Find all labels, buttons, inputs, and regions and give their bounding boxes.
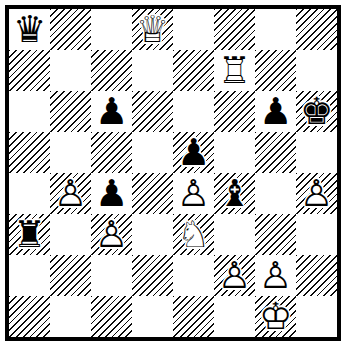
square-g7[interactable]	[255, 50, 296, 91]
white-pawn-halo: ♟	[255, 255, 296, 296]
square-b3[interactable]	[50, 214, 91, 255]
square-f3[interactable]	[214, 214, 255, 255]
black-pawn-halo: ♟	[91, 173, 132, 214]
square-g8[interactable]	[255, 9, 296, 50]
square-a5[interactable]	[9, 132, 50, 173]
square-h6[interactable]: ♚♚	[296, 91, 337, 132]
square-f1[interactable]	[214, 296, 255, 337]
square-f4[interactable]: ♝♝	[214, 173, 255, 214]
square-c1[interactable]	[91, 296, 132, 337]
square-g6[interactable]: ♟♟	[255, 91, 296, 132]
square-b6[interactable]	[50, 91, 91, 132]
black-pawn: ♟	[173, 132, 214, 173]
square-c7[interactable]	[91, 50, 132, 91]
white-rook-halo: ♜	[214, 50, 255, 91]
square-e5[interactable]: ♟♟	[173, 132, 214, 173]
black-bishop: ♝	[214, 173, 255, 214]
black-pawn: ♟	[91, 173, 132, 214]
square-h4[interactable]: ♟♙	[296, 173, 337, 214]
square-g4[interactable]	[255, 173, 296, 214]
square-g1[interactable]: ♚♔	[255, 296, 296, 337]
black-pawn: ♟	[255, 91, 296, 132]
square-a3[interactable]: ♜♜	[9, 214, 50, 255]
square-h8[interactable]	[296, 9, 337, 50]
white-king: ♔	[255, 296, 296, 337]
square-b7[interactable]	[50, 50, 91, 91]
square-e1[interactable]	[173, 296, 214, 337]
square-h3[interactable]	[296, 214, 337, 255]
square-e7[interactable]	[173, 50, 214, 91]
square-g2[interactable]: ♟♙	[255, 255, 296, 296]
white-pawn-halo: ♟	[91, 214, 132, 255]
square-f6[interactable]	[214, 91, 255, 132]
white-queen: ♕	[132, 9, 173, 50]
square-d4[interactable]	[132, 173, 173, 214]
square-h2[interactable]	[296, 255, 337, 296]
black-bishop-halo: ♝	[214, 173, 255, 214]
square-b5[interactable]	[50, 132, 91, 173]
square-b2[interactable]	[50, 255, 91, 296]
square-c8[interactable]	[91, 9, 132, 50]
square-c3[interactable]: ♟♙	[91, 214, 132, 255]
black-pawn-halo: ♟	[173, 132, 214, 173]
white-pawn: ♙	[91, 214, 132, 255]
white-knight-halo: ♞	[173, 214, 214, 255]
square-f8[interactable]	[214, 9, 255, 50]
black-king-halo: ♚	[296, 91, 337, 132]
square-a1[interactable]	[9, 296, 50, 337]
white-pawn: ♙	[173, 173, 214, 214]
square-h1[interactable]	[296, 296, 337, 337]
black-queen-halo: ♛	[9, 9, 50, 50]
white-pawn: ♙	[214, 255, 255, 296]
square-b1[interactable]	[50, 296, 91, 337]
square-g5[interactable]	[255, 132, 296, 173]
black-pawn-halo: ♟	[91, 91, 132, 132]
black-rook: ♜	[9, 214, 50, 255]
square-d7[interactable]	[132, 50, 173, 91]
white-king-halo: ♚	[255, 296, 296, 337]
white-pawn: ♙	[296, 173, 337, 214]
square-e4[interactable]: ♟♙	[173, 173, 214, 214]
square-c5[interactable]	[91, 132, 132, 173]
white-pawn-halo: ♟	[50, 173, 91, 214]
square-a7[interactable]	[9, 50, 50, 91]
square-d8[interactable]: ♛♕	[132, 9, 173, 50]
square-b8[interactable]	[50, 9, 91, 50]
page: ♛♛♛♕♜♖♟♟♟♟♚♚♟♟♟♙♟♟♟♙♝♝♟♙♜♜♟♙♞♘♟♙♟♙♚♔	[0, 0, 350, 350]
square-e8[interactable]	[173, 9, 214, 50]
square-d3[interactable]	[132, 214, 173, 255]
square-a6[interactable]	[9, 91, 50, 132]
square-a8[interactable]: ♛♛	[9, 9, 50, 50]
square-d2[interactable]	[132, 255, 173, 296]
square-e3[interactable]: ♞♘	[173, 214, 214, 255]
white-queen-halo: ♛	[132, 9, 173, 50]
square-f7[interactable]: ♜♖	[214, 50, 255, 91]
square-e2[interactable]	[173, 255, 214, 296]
square-f5[interactable]	[214, 132, 255, 173]
square-c6[interactable]: ♟♟	[91, 91, 132, 132]
square-h5[interactable]	[296, 132, 337, 173]
square-g3[interactable]	[255, 214, 296, 255]
square-h7[interactable]	[296, 50, 337, 91]
square-e6[interactable]	[173, 91, 214, 132]
white-pawn-halo: ♟	[173, 173, 214, 214]
square-d6[interactable]	[132, 91, 173, 132]
white-pawn: ♙	[255, 255, 296, 296]
white-pawn-halo: ♟	[296, 173, 337, 214]
black-rook-halo: ♜	[9, 214, 50, 255]
square-d1[interactable]	[132, 296, 173, 337]
black-pawn-halo: ♟	[255, 91, 296, 132]
white-pawn-halo: ♟	[214, 255, 255, 296]
white-rook: ♖	[214, 50, 255, 91]
square-c2[interactable]	[91, 255, 132, 296]
white-pawn: ♙	[50, 173, 91, 214]
square-d5[interactable]	[132, 132, 173, 173]
square-a4[interactable]	[9, 173, 50, 214]
square-b4[interactable]: ♟♙	[50, 173, 91, 214]
chess-board: ♛♛♛♕♜♖♟♟♟♟♚♚♟♟♟♙♟♟♟♙♝♝♟♙♜♜♟♙♞♘♟♙♟♙♚♔	[5, 5, 341, 341]
black-queen: ♛	[9, 9, 50, 50]
white-knight: ♘	[173, 214, 214, 255]
square-f2[interactable]: ♟♙	[214, 255, 255, 296]
square-a2[interactable]	[9, 255, 50, 296]
square-c4[interactable]: ♟♟	[91, 173, 132, 214]
black-king: ♚	[296, 91, 337, 132]
black-pawn: ♟	[91, 91, 132, 132]
